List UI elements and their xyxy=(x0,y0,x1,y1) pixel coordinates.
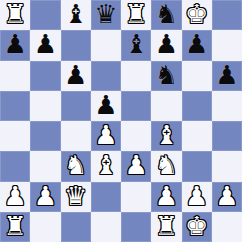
white-rook: ♜ xyxy=(3,1,26,27)
square-h7[interactable] xyxy=(212,30,242,60)
black-pawn: ♟ xyxy=(64,62,87,88)
square-e1[interactable] xyxy=(121,212,151,242)
square-a6[interactable] xyxy=(0,61,30,91)
black-pawn: ♟ xyxy=(3,31,26,57)
square-g5[interactable] xyxy=(182,91,212,121)
square-c2[interactable]: ♛ xyxy=(61,182,91,212)
square-b8[interactable] xyxy=(30,0,60,30)
square-b7[interactable]: ♟ xyxy=(30,30,60,60)
square-e4[interactable] xyxy=(121,121,151,151)
square-b4[interactable] xyxy=(30,121,60,151)
square-d7[interactable] xyxy=(91,30,121,60)
square-a4[interactable] xyxy=(0,121,30,151)
square-b5[interactable] xyxy=(30,91,60,121)
white-queen: ♛ xyxy=(64,183,87,209)
square-g1[interactable]: ♚ xyxy=(182,212,212,242)
square-f2[interactable]: ♟ xyxy=(151,182,181,212)
black-pawn: ♟ xyxy=(185,31,208,57)
square-h3[interactable] xyxy=(212,151,242,181)
black-queen: ♛ xyxy=(94,1,117,27)
square-g6[interactable] xyxy=(182,61,212,91)
square-b1[interactable] xyxy=(30,212,60,242)
square-b3[interactable] xyxy=(30,151,60,181)
square-d2[interactable] xyxy=(91,182,121,212)
square-e8[interactable]: ♜ xyxy=(121,0,151,30)
square-c8[interactable]: ♝ xyxy=(61,0,91,30)
square-a2[interactable]: ♟ xyxy=(0,182,30,212)
square-d1[interactable] xyxy=(91,212,121,242)
square-c3[interactable]: ♞ xyxy=(61,151,91,181)
square-c6[interactable]: ♟ xyxy=(61,61,91,91)
square-e6[interactable] xyxy=(121,61,151,91)
square-a7[interactable]: ♟ xyxy=(0,30,30,60)
square-f7[interactable]: ♟ xyxy=(151,30,181,60)
square-d5[interactable]: ♟ xyxy=(91,91,121,121)
white-rook: ♜ xyxy=(124,1,147,27)
square-e2[interactable] xyxy=(121,182,151,212)
square-h6[interactable]: ♟ xyxy=(212,61,242,91)
square-g3[interactable] xyxy=(182,151,212,181)
square-h2[interactable]: ♟ xyxy=(212,182,242,212)
square-h1[interactable] xyxy=(212,212,242,242)
white-pawn: ♟ xyxy=(124,152,147,178)
black-pawn: ♟ xyxy=(215,62,238,88)
square-f5[interactable] xyxy=(151,91,181,121)
white-knight: ♞ xyxy=(155,152,178,178)
square-d6[interactable] xyxy=(91,61,121,91)
white-pawn: ♟ xyxy=(215,183,238,209)
white-rook: ♜ xyxy=(155,213,178,239)
black-bishop: ♝ xyxy=(124,31,147,57)
square-f8[interactable]: ♞ xyxy=(151,0,181,30)
white-king: ♚ xyxy=(185,1,208,27)
white-bishop: ♝ xyxy=(155,122,178,148)
square-g2[interactable]: ♟ xyxy=(182,182,212,212)
square-a1[interactable]: ♜ xyxy=(0,212,30,242)
square-c1[interactable] xyxy=(61,212,91,242)
white-rook: ♜ xyxy=(3,213,26,239)
square-g7[interactable]: ♟ xyxy=(182,30,212,60)
square-b2[interactable]: ♟ xyxy=(30,182,60,212)
square-g4[interactable] xyxy=(182,121,212,151)
white-pawn: ♟ xyxy=(94,122,117,148)
square-g8[interactable]: ♚ xyxy=(182,0,212,30)
square-f1[interactable]: ♜ xyxy=(151,212,181,242)
square-e5[interactable] xyxy=(121,91,151,121)
square-c7[interactable] xyxy=(61,30,91,60)
white-bishop: ♝ xyxy=(94,152,117,178)
chess-board: ♜♝♛♜♞♚♟♟♝♟♟♟♞♟♟♟♝♞♝♟♞♟♟♛♟♟♟♜♜♚ xyxy=(0,0,242,242)
white-pawn: ♟ xyxy=(3,183,26,209)
square-b6[interactable] xyxy=(30,61,60,91)
white-king: ♚ xyxy=(185,213,208,239)
square-h4[interactable] xyxy=(212,121,242,151)
square-f6[interactable]: ♞ xyxy=(151,61,181,91)
square-d3[interactable]: ♝ xyxy=(91,151,121,181)
white-pawn: ♟ xyxy=(34,183,57,209)
square-f3[interactable]: ♞ xyxy=(151,151,181,181)
square-e3[interactable]: ♟ xyxy=(121,151,151,181)
black-knight: ♞ xyxy=(155,1,178,27)
black-pawn: ♟ xyxy=(94,92,117,118)
square-h5[interactable] xyxy=(212,91,242,121)
square-d8[interactable]: ♛ xyxy=(91,0,121,30)
black-knight: ♞ xyxy=(155,62,178,88)
square-a8[interactable]: ♜ xyxy=(0,0,30,30)
square-e7[interactable]: ♝ xyxy=(121,30,151,60)
square-a3[interactable] xyxy=(0,151,30,181)
black-bishop: ♝ xyxy=(64,1,87,27)
square-h8[interactable] xyxy=(212,0,242,30)
white-pawn: ♟ xyxy=(155,183,178,209)
black-pawn: ♟ xyxy=(34,31,57,57)
square-f4[interactable]: ♝ xyxy=(151,121,181,151)
square-c4[interactable] xyxy=(61,121,91,151)
white-knight: ♞ xyxy=(64,152,87,178)
black-pawn: ♟ xyxy=(155,31,178,57)
square-d4[interactable]: ♟ xyxy=(91,121,121,151)
white-pawn: ♟ xyxy=(185,183,208,209)
square-c5[interactable] xyxy=(61,91,91,121)
square-a5[interactable] xyxy=(0,91,30,121)
